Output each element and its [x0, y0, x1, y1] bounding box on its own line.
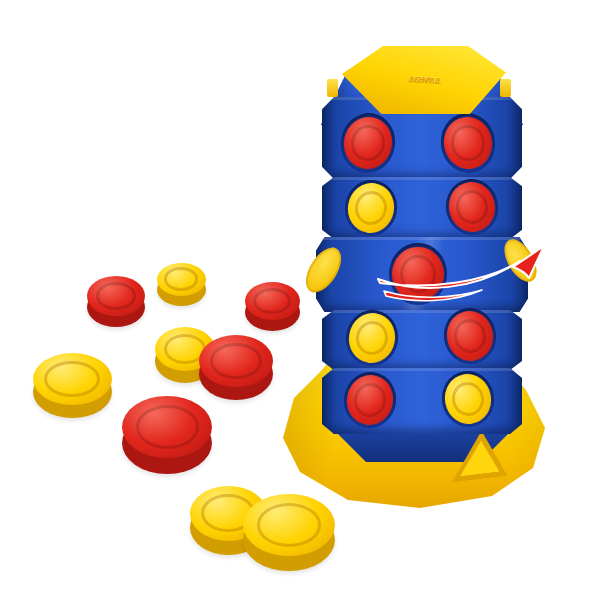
- disc-ring-detail: [348, 122, 387, 164]
- disc-ring-detail: [353, 318, 391, 358]
- disc-ring-detail: [451, 316, 489, 356]
- disc-ring-detail: [453, 187, 491, 227]
- cap-peg-right: [500, 79, 511, 97]
- cap-peg-left: [327, 79, 338, 97]
- disc-ring-detail: [136, 405, 199, 448]
- disc-ring-detail: [257, 503, 321, 546]
- rotation-arrow-tail-prong: [384, 290, 482, 301]
- disc-ring-detail: [253, 288, 292, 315]
- loose-red-disc: [245, 282, 300, 331]
- red-disc-in-slot: [445, 179, 499, 235]
- loose-red-disc: [199, 335, 273, 400]
- disc-top: [245, 282, 300, 320]
- disc-top: [122, 396, 212, 458]
- disc-top: [199, 335, 273, 387]
- disc-ring-detail: [449, 379, 487, 419]
- rotation-arrow-body: [378, 261, 520, 288]
- disc-ring-detail: [164, 267, 198, 290]
- disc-ring-detail: [210, 343, 262, 379]
- rotation-arrow: [370, 242, 560, 310]
- cap-logo-line-3: TURN: [407, 75, 440, 86]
- yellow-disc-in-slot: [441, 371, 495, 427]
- red-disc-in-slot: [443, 308, 497, 364]
- disc-ring-detail: [96, 282, 137, 310]
- loose-yellow-disc: [157, 263, 206, 306]
- scene: TWIST 'N' TURN: [0, 0, 600, 600]
- disc-ring-detail: [448, 122, 487, 164]
- disc-ring-detail: [351, 380, 389, 420]
- disc-top: [243, 494, 335, 556]
- loose-yellow-disc: [243, 494, 335, 571]
- disc-top: [33, 353, 112, 405]
- disc-ring-detail: [44, 361, 99, 397]
- loose-yellow-disc: [33, 353, 112, 418]
- disc-top: [157, 263, 206, 296]
- loose-red-disc: [87, 276, 145, 327]
- disc-ring-detail: [352, 188, 390, 228]
- loose-red-disc: [122, 396, 212, 474]
- disc-top: [87, 276, 145, 316]
